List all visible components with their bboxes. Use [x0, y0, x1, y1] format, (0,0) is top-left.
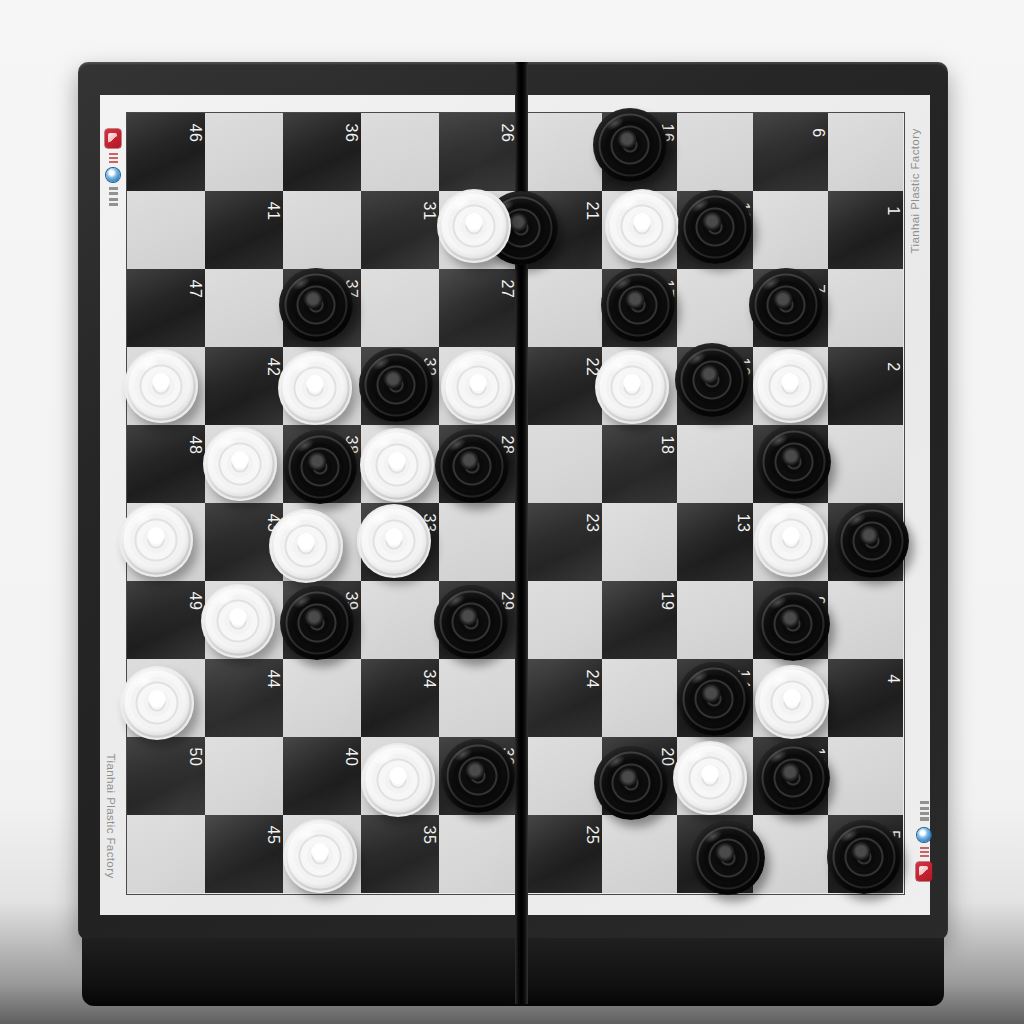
checker-piece-white[interactable]	[119, 503, 193, 577]
checker-piece-black[interactable]	[756, 741, 830, 815]
board-square[interactable]	[677, 425, 752, 503]
brand-logo-top-left	[99, 129, 127, 209]
tiny-brand-characters	[109, 153, 118, 163]
square-number: 4	[877, 670, 907, 689]
board-square[interactable]	[205, 737, 283, 815]
checker-piece-black[interactable]	[677, 662, 751, 736]
board-square[interactable]	[439, 815, 517, 893]
checker-piece-black[interactable]	[675, 343, 749, 417]
checker-piece-white[interactable]	[360, 428, 434, 502]
checker-piece-black[interactable]	[359, 348, 433, 422]
checker-piece-white[interactable]	[673, 741, 747, 815]
board-square[interactable]: 45	[205, 815, 283, 893]
board-square[interactable]: 18	[602, 425, 677, 503]
checker-piece-black[interactable]	[434, 585, 508, 659]
board-front-edge	[82, 938, 944, 1006]
board-square[interactable]: 2	[828, 347, 903, 425]
checker-piece-white[interactable]	[754, 503, 828, 577]
board-square[interactable]	[677, 113, 752, 191]
board-square[interactable]: 4	[828, 659, 903, 737]
board-square[interactable]: 40	[283, 737, 361, 815]
board-square[interactable]: 1	[828, 191, 903, 269]
checker-piece-white[interactable]	[437, 189, 511, 263]
board-square[interactable]: 35	[361, 815, 439, 893]
board-square[interactable]	[602, 815, 677, 893]
square-number: 2	[877, 358, 907, 377]
board-square[interactable]: 49	[127, 581, 205, 659]
red-brand-logo-icon	[916, 862, 932, 881]
board-square[interactable]	[361, 581, 439, 659]
checker-piece-black[interactable]	[756, 587, 830, 661]
board-square[interactable]	[361, 269, 439, 347]
checker-piece-white[interactable]	[595, 350, 669, 424]
board-square[interactable]	[439, 659, 517, 737]
board-square[interactable]: 6	[753, 113, 828, 191]
checker-piece-black[interactable]	[601, 268, 675, 342]
checker-piece-black[interactable]	[594, 746, 668, 820]
board-square[interactable]: 47	[127, 269, 205, 347]
board-square[interactable]	[527, 113, 602, 191]
checker-piece-white[interactable]	[357, 504, 431, 578]
checker-piece-white[interactable]	[283, 819, 357, 893]
board-square[interactable]	[828, 737, 903, 815]
board-square[interactable]	[602, 659, 677, 737]
tiny-brand-characters	[109, 187, 118, 209]
board-square[interactable]	[361, 113, 439, 191]
board-square[interactable]	[753, 191, 828, 269]
board-square[interactable]: 41	[205, 191, 283, 269]
checker-piece-black[interactable]	[279, 268, 353, 342]
board-square[interactable]: 44	[205, 659, 283, 737]
board-square[interactable]	[439, 503, 517, 581]
blue-emblem-icon	[106, 168, 120, 182]
checker-piece-black[interactable]	[280, 586, 354, 660]
board-square[interactable]	[828, 581, 903, 659]
checker-piece-white[interactable]	[605, 189, 679, 263]
checker-piece-black[interactable]	[827, 820, 901, 894]
board-square[interactable]	[602, 503, 677, 581]
board-square[interactable]: 22	[527, 347, 602, 425]
board-square[interactable]: 36	[283, 113, 361, 191]
checker-piece-white[interactable]	[753, 349, 827, 423]
board-square[interactable]: 26	[439, 113, 517, 191]
board-square[interactable]	[527, 425, 602, 503]
product-photo: 4636261664131211114737271774232221224838…	[0, 0, 1024, 1024]
board-square[interactable]	[205, 113, 283, 191]
checker-piece-white[interactable]	[755, 665, 829, 739]
board-square[interactable]: 48	[127, 425, 205, 503]
board-square[interactable]: 27	[439, 269, 517, 347]
checker-piece-black[interactable]	[835, 504, 909, 578]
checker-piece-black[interactable]	[678, 190, 752, 264]
board-square[interactable]	[283, 191, 361, 269]
board-square[interactable]	[205, 269, 283, 347]
brand-text-left: Tianhai Plastic Factory	[97, 737, 125, 895]
board-square[interactable]	[828, 425, 903, 503]
red-brand-logo-icon	[105, 129, 121, 148]
blue-emblem-icon	[917, 828, 931, 842]
checker-piece-black[interactable]	[441, 739, 515, 813]
board-square[interactable]: 19	[602, 581, 677, 659]
tiny-brand-characters	[920, 801, 929, 823]
board-square[interactable]	[677, 269, 752, 347]
checker-piece-black[interactable]	[749, 268, 823, 342]
checker-piece-white[interactable]	[361, 743, 435, 817]
checker-piece-black[interactable]	[757, 425, 831, 499]
checker-piece-black[interactable]	[435, 429, 509, 503]
board-square[interactable]	[828, 113, 903, 191]
brand-logo-bottom-right	[910, 801, 938, 881]
checker-piece-white[interactable]	[201, 584, 275, 658]
checker-piece-black[interactable]	[283, 430, 357, 504]
board-square[interactable]	[127, 191, 205, 269]
brand-text-right: Tianhai Plastic Factory	[901, 112, 929, 270]
board-square[interactable]: 23	[527, 503, 602, 581]
board-square[interactable]	[677, 581, 752, 659]
board-square[interactable]	[527, 269, 602, 347]
checker-piece-white[interactable]	[269, 509, 343, 583]
checker-piece-white[interactable]	[203, 427, 277, 501]
checker-piece-black[interactable]	[691, 821, 765, 895]
checker-piece-white[interactable]	[278, 351, 352, 425]
board-square[interactable]	[283, 659, 361, 737]
checker-piece-black[interactable]	[593, 108, 667, 182]
board-square[interactable]: 31	[361, 191, 439, 269]
checker-piece-white[interactable]	[120, 666, 194, 740]
tiny-brand-characters	[920, 847, 929, 857]
board-square[interactable]	[127, 815, 205, 893]
board-square[interactable]: 24	[527, 659, 602, 737]
board-square[interactable]	[828, 269, 903, 347]
board-square[interactable]	[527, 737, 602, 815]
checker-piece-white[interactable]	[124, 349, 198, 423]
brand-text: Tianhai Plastic Factory	[105, 753, 117, 878]
board-square[interactable]: 25	[527, 815, 602, 893]
brand-text: Tianhai Plastic Factory	[909, 128, 921, 253]
board-square[interactable]: 13	[677, 503, 752, 581]
checker-piece-white[interactable]	[441, 350, 515, 424]
board-square[interactable]	[527, 581, 602, 659]
board-square[interactable]: 42	[205, 347, 283, 425]
board-square[interactable]: 50	[127, 737, 205, 815]
board-square[interactable]: 46	[127, 113, 205, 191]
board-square[interactable]: 34	[361, 659, 439, 737]
